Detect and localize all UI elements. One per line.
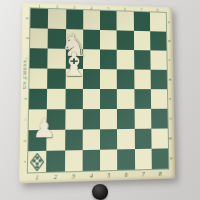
square-r7c3 (82, 150, 100, 171)
square-r3c6 (134, 69, 151, 89)
square-r7c4 (100, 149, 117, 170)
square-r4c2 (65, 89, 83, 109)
square-r4c6 (134, 89, 151, 109)
square-r2c0 (30, 48, 48, 68)
square-r7c5 (117, 149, 134, 170)
square-r4c5 (117, 89, 134, 109)
square-r3c0 (29, 68, 47, 88)
manufacturer-logo (30, 152, 44, 170)
square-r4c1 (47, 89, 65, 109)
square-r3c7 (150, 70, 167, 90)
black-piece-fragment (92, 184, 108, 200)
square-r7c0 (28, 151, 47, 173)
coord-label: 7 (135, 169, 152, 180)
coord-label: 6 (117, 169, 134, 180)
square-r7c1 (46, 150, 64, 171)
square-r4c7 (151, 89, 168, 109)
square-r6c6 (134, 129, 151, 149)
square-r3c5 (117, 69, 134, 89)
square-r0c5 (117, 11, 134, 31)
square-r5c2 (65, 109, 83, 130)
square-r6c4 (100, 129, 117, 150)
square-r1c5 (117, 30, 134, 50)
white-pawn: ♟ (32, 117, 56, 142)
square-r5c5 (117, 109, 134, 129)
square-r2c6 (134, 50, 151, 70)
square-r6c3 (82, 129, 100, 150)
square-r5c6 (134, 109, 151, 129)
square-r6c5 (117, 129, 134, 150)
square-r2c5 (117, 50, 134, 70)
square-r3c4 (100, 69, 117, 89)
square-r4c4 (100, 89, 117, 109)
square-r5c3 (83, 109, 100, 129)
square-r4c0 (29, 89, 47, 110)
white-bishop: ♝ (59, 48, 89, 80)
square-r2c7 (150, 50, 167, 69)
board-grid: ♞♝♟ (28, 8, 168, 172)
square-r4c3 (83, 89, 100, 109)
coord-label: 3 (64, 171, 82, 182)
square-r6c7 (151, 128, 168, 148)
square-r5c4 (100, 109, 117, 129)
square-r7c7 (151, 148, 168, 169)
brand-text: US CHESS (21, 48, 29, 101)
square-r1c7 (150, 31, 167, 50)
coord-label: 8 (152, 169, 169, 180)
square-r0c0 (30, 8, 48, 28)
square-r1c6 (133, 31, 150, 51)
coord-label: 4 (82, 170, 100, 181)
square-r7c6 (134, 149, 151, 170)
square-r1c4 (100, 30, 117, 50)
chess-board-sheet: 12345678 12345678 hgfedcba abcdefgh US C… (19, 2, 175, 183)
coord-label: 5 (100, 170, 117, 181)
coord-label: 2 (46, 171, 64, 182)
square-r7c2 (64, 150, 82, 171)
square-r0c4 (100, 11, 117, 31)
square-r5c7 (151, 109, 168, 129)
square-r0c6 (133, 12, 150, 31)
square-r2c4 (100, 49, 117, 69)
square-r0c7 (150, 12, 166, 31)
square-r1c0 (30, 28, 48, 48)
square-r6c2 (65, 130, 83, 151)
coord-label: 1 (28, 172, 47, 183)
photo-background: 12345678 12345678 hgfedcba abcdefgh US C… (0, 0, 200, 200)
